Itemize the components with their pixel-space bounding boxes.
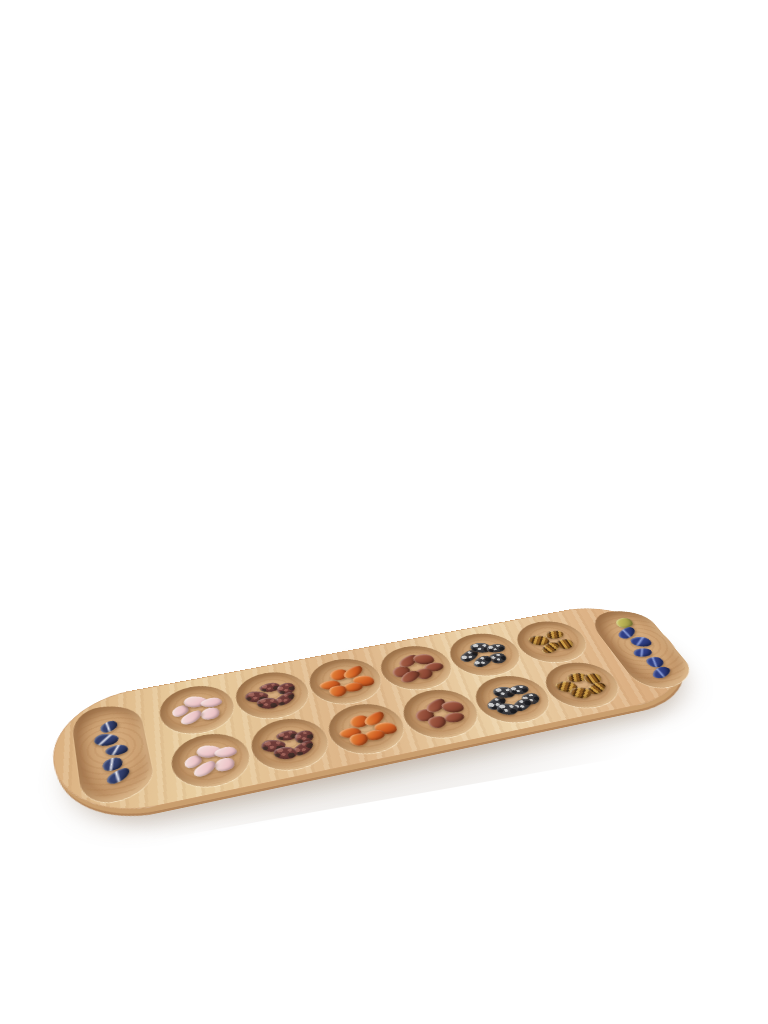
pit-T2[interactable] (230, 667, 316, 724)
stone-leopard-jasper[interactable] (255, 697, 279, 709)
stone-snowflake-obsidian[interactable] (496, 703, 517, 715)
stone-sodalite[interactable] (97, 719, 121, 735)
pit-T3[interactable] (302, 654, 389, 710)
stone-red-jasper[interactable] (441, 701, 463, 713)
pit-T1[interactable] (155, 681, 240, 740)
pit-B3[interactable] (321, 698, 413, 760)
pit-B1[interactable] (166, 728, 256, 794)
pit-T4[interactable] (373, 641, 461, 695)
stone-sodalite[interactable] (92, 734, 120, 746)
stone-lapis-lazuli[interactable] (629, 636, 652, 646)
pit-T6[interactable] (507, 617, 597, 668)
pit-B6[interactable] (535, 657, 630, 713)
pit-B2[interactable] (245, 713, 336, 777)
product-photo-scene (0, 0, 768, 1024)
stone-leopard-jasper[interactable] (272, 746, 297, 759)
pit-B4[interactable] (394, 684, 487, 744)
stone-tiger-eye[interactable] (569, 687, 591, 699)
store-L[interactable] (70, 700, 157, 808)
